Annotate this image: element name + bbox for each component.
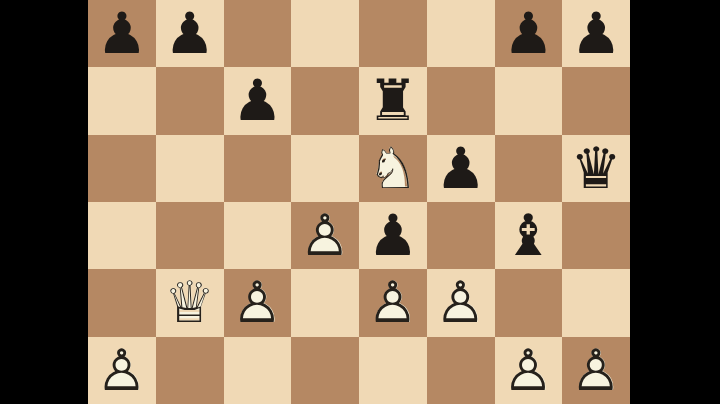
square-e2[interactable] bbox=[359, 337, 427, 404]
piece-black-pawn-h7: ♟ bbox=[562, 0, 630, 67]
square-g5[interactable] bbox=[495, 135, 563, 202]
piece-white-pawn-c3: ♙ bbox=[224, 269, 292, 336]
chess-board: ♟♟♟♟♟♜♞♘♟♛♟♙♟♝♛♕♟♙♟♙♟♙♟♙♟♙♟♙ bbox=[88, 0, 630, 404]
piece-white-pawn-e3: ♙ bbox=[359, 269, 427, 336]
square-c4[interactable] bbox=[224, 202, 292, 269]
square-f4[interactable] bbox=[427, 202, 495, 269]
square-d2[interactable] bbox=[291, 337, 359, 404]
piece-white-pawn-d4-fill: ♟ bbox=[291, 202, 359, 269]
piece-white-knight-e5-fill: ♞ bbox=[359, 135, 427, 202]
piece-white-pawn-g2-fill: ♟ bbox=[495, 337, 563, 404]
square-b6[interactable] bbox=[156, 67, 224, 134]
square-h3[interactable] bbox=[562, 269, 630, 336]
square-g6[interactable] bbox=[495, 67, 563, 134]
letterbox-right bbox=[630, 0, 720, 404]
square-h7[interactable]: ♟ bbox=[562, 0, 630, 67]
square-e7[interactable] bbox=[359, 0, 427, 67]
square-g3[interactable] bbox=[495, 269, 563, 336]
square-e5[interactable]: ♞♘ bbox=[359, 135, 427, 202]
piece-white-pawn-d4: ♙ bbox=[291, 202, 359, 269]
piece-white-pawn-f3-fill: ♟ bbox=[427, 269, 495, 336]
square-f6[interactable] bbox=[427, 67, 495, 134]
piece-white-queen-b3: ♕ bbox=[156, 269, 224, 336]
square-h4[interactable] bbox=[562, 202, 630, 269]
letterbox-left bbox=[0, 0, 88, 404]
square-c7[interactable] bbox=[224, 0, 292, 67]
piece-white-pawn-e3-fill: ♟ bbox=[359, 269, 427, 336]
piece-black-pawn-b7: ♟ bbox=[156, 0, 224, 67]
square-e6[interactable]: ♜ bbox=[359, 67, 427, 134]
piece-black-rook-e6: ♜ bbox=[359, 67, 427, 134]
square-g4[interactable]: ♝ bbox=[495, 202, 563, 269]
square-a5[interactable] bbox=[88, 135, 156, 202]
square-b4[interactable] bbox=[156, 202, 224, 269]
piece-black-pawn-g7: ♟ bbox=[495, 0, 563, 67]
piece-black-pawn-c6: ♟ bbox=[224, 67, 292, 134]
square-b7[interactable]: ♟ bbox=[156, 0, 224, 67]
square-a4[interactable] bbox=[88, 202, 156, 269]
square-c5[interactable] bbox=[224, 135, 292, 202]
piece-white-pawn-h2: ♙ bbox=[562, 337, 630, 404]
video-frame: ♟♟♟♟♟♜♞♘♟♛♟♙♟♝♛♕♟♙♟♙♟♙♟♙♟♙♟♙ bbox=[0, 0, 720, 404]
square-d3[interactable] bbox=[291, 269, 359, 336]
square-b5[interactable] bbox=[156, 135, 224, 202]
square-d4[interactable]: ♟♙ bbox=[291, 202, 359, 269]
piece-white-pawn-g2: ♙ bbox=[495, 337, 563, 404]
square-h5[interactable]: ♛ bbox=[562, 135, 630, 202]
piece-black-pawn-e4: ♟ bbox=[359, 202, 427, 269]
square-b2[interactable] bbox=[156, 337, 224, 404]
square-e3[interactable]: ♟♙ bbox=[359, 269, 427, 336]
piece-white-pawn-f3: ♙ bbox=[427, 269, 495, 336]
square-f7[interactable] bbox=[427, 0, 495, 67]
square-e4[interactable]: ♟ bbox=[359, 202, 427, 269]
piece-white-pawn-h2-fill: ♟ bbox=[562, 337, 630, 404]
square-f3[interactable]: ♟♙ bbox=[427, 269, 495, 336]
square-a7[interactable]: ♟ bbox=[88, 0, 156, 67]
square-h2[interactable]: ♟♙ bbox=[562, 337, 630, 404]
square-h6[interactable] bbox=[562, 67, 630, 134]
square-d6[interactable] bbox=[291, 67, 359, 134]
square-d5[interactable] bbox=[291, 135, 359, 202]
piece-black-pawn-a7: ♟ bbox=[88, 0, 156, 67]
square-g2[interactable]: ♟♙ bbox=[495, 337, 563, 404]
square-c2[interactable] bbox=[224, 337, 292, 404]
square-c6[interactable]: ♟ bbox=[224, 67, 292, 134]
piece-white-queen-b3-fill: ♛ bbox=[156, 269, 224, 336]
square-f5[interactable]: ♟ bbox=[427, 135, 495, 202]
piece-black-pawn-f5: ♟ bbox=[427, 135, 495, 202]
square-d7[interactable] bbox=[291, 0, 359, 67]
square-f2[interactable] bbox=[427, 337, 495, 404]
square-a3[interactable] bbox=[88, 269, 156, 336]
piece-white-knight-e5: ♘ bbox=[359, 135, 427, 202]
square-a2[interactable]: ♟♙ bbox=[88, 337, 156, 404]
piece-black-bishop-g4: ♝ bbox=[495, 202, 563, 269]
square-c3[interactable]: ♟♙ bbox=[224, 269, 292, 336]
square-g7[interactable]: ♟ bbox=[495, 0, 563, 67]
piece-white-pawn-a2-fill: ♟ bbox=[88, 337, 156, 404]
square-b3[interactable]: ♛♕ bbox=[156, 269, 224, 336]
piece-white-pawn-c3-fill: ♟ bbox=[224, 269, 292, 336]
piece-white-pawn-a2: ♙ bbox=[88, 337, 156, 404]
square-a6[interactable] bbox=[88, 67, 156, 134]
piece-black-queen-h5: ♛ bbox=[562, 135, 630, 202]
